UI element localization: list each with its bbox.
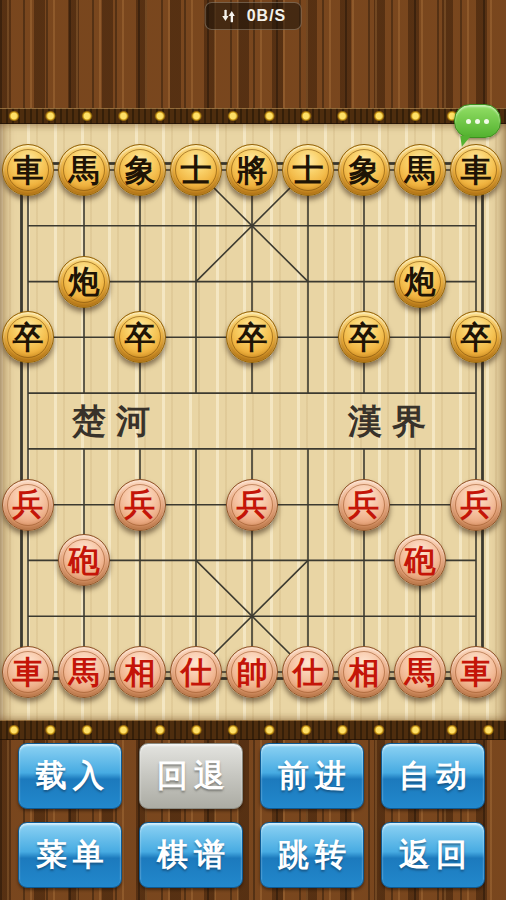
board-surface[interactable]: 楚河 漢界 車馬象士將士象馬車炮炮卒卒卒卒卒兵兵兵兵兵砲砲車馬相仕帥仕相馬車 (0, 124, 506, 720)
piece-red-兵[interactable]: 兵 (450, 479, 502, 531)
button-返回[interactable]: 返回 (381, 822, 485, 888)
piece-black-卒[interactable]: 卒 (114, 311, 166, 363)
piece-black-象[interactable]: 象 (114, 144, 166, 196)
piece-red-兵[interactable]: 兵 (2, 479, 54, 531)
button-载入[interactable]: 载入 (18, 743, 122, 809)
piece-red-相[interactable]: 相 (114, 646, 166, 698)
chat-dot (466, 119, 471, 124)
board-bottom-frame (0, 720, 506, 740)
chat-dot (484, 119, 489, 124)
river-label-left: 楚河 (71, 401, 160, 441)
piece-black-馬[interactable]: 馬 (58, 144, 110, 196)
piece-black-士[interactable]: 士 (282, 144, 334, 196)
piece-black-車[interactable]: 車 (450, 144, 502, 196)
piece-black-馬[interactable]: 馬 (394, 144, 446, 196)
piece-red-帥[interactable]: 帥 (226, 646, 278, 698)
piece-red-兵[interactable]: 兵 (226, 479, 278, 531)
button-自动[interactable]: 自动 (381, 743, 485, 809)
piece-black-卒[interactable]: 卒 (226, 311, 278, 363)
piece-black-車[interactable]: 車 (2, 144, 54, 196)
board-grid: 楚河 漢界 (0, 124, 506, 720)
piece-red-相[interactable]: 相 (338, 646, 390, 698)
piece-red-仕[interactable]: 仕 (282, 646, 334, 698)
piece-red-仕[interactable]: 仕 (170, 646, 222, 698)
piece-black-炮[interactable]: 炮 (394, 256, 446, 308)
river-label-right: 漢界 (347, 401, 436, 441)
xiangqi-board[interactable]: 楚河 漢界 車馬象士將士象馬車炮炮卒卒卒卒卒兵兵兵兵兵砲砲車馬相仕帥仕相馬車 (0, 108, 506, 740)
button-跳转[interactable]: 跳转 (260, 822, 364, 888)
piece-black-卒[interactable]: 卒 (2, 311, 54, 363)
button-回退[interactable]: 回退 (139, 743, 243, 809)
piece-red-馬[interactable]: 馬 (394, 646, 446, 698)
xiangqi-app-screen: 0B/S (0, 0, 506, 900)
toolbar-row-2: 菜单棋谱跳转返回 (18, 822, 488, 888)
piece-red-馬[interactable]: 馬 (58, 646, 110, 698)
piece-black-象[interactable]: 象 (338, 144, 390, 196)
toolbar-row-1: 载入回退前进自动 (18, 743, 488, 809)
button-菜单[interactable]: 菜单 (18, 822, 122, 888)
piece-black-將[interactable]: 將 (226, 144, 278, 196)
piece-black-卒[interactable]: 卒 (338, 311, 390, 363)
button-前进[interactable]: 前进 (260, 743, 364, 809)
network-speed-value: 0B/S (247, 7, 287, 25)
piece-black-卒[interactable]: 卒 (450, 311, 502, 363)
data-transfer-up-down-icon (220, 7, 238, 25)
chat-dot (475, 119, 480, 124)
piece-red-兵[interactable]: 兵 (114, 479, 166, 531)
piece-black-炮[interactable]: 炮 (58, 256, 110, 308)
piece-red-車[interactable]: 車 (450, 646, 502, 698)
network-speed-indicator: 0B/S (205, 2, 302, 30)
chat-bubble-icon[interactable] (454, 104, 501, 138)
piece-red-車[interactable]: 車 (2, 646, 54, 698)
board-top-frame (0, 108, 506, 124)
piece-black-士[interactable]: 士 (170, 144, 222, 196)
piece-red-兵[interactable]: 兵 (338, 479, 390, 531)
button-棋谱[interactable]: 棋谱 (139, 822, 243, 888)
